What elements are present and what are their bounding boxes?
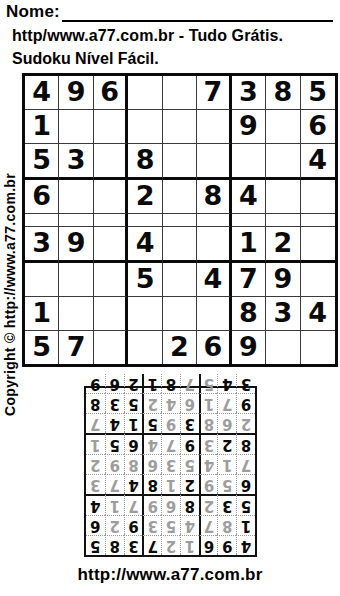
name-row: Nome: (6, 2, 336, 22)
puzzle-cell (301, 227, 335, 263)
solution-cell: 7 (124, 494, 143, 515)
solution-cell: 4 (161, 393, 180, 413)
solution-cell: 4 (217, 374, 236, 393)
puzzle-cell (301, 180, 335, 214)
worksheet-page: Nome: http/www.a77.com.br - Tudo Grátis.… (0, 0, 340, 596)
puzzle-cell: 5 (301, 76, 335, 110)
solution-cell: 9 (161, 413, 180, 433)
sudoku-solution-grid: 4961273851874539265328697146592184737145… (84, 386, 257, 557)
puzzle-cell: 8 (128, 144, 162, 180)
solution-cell: 7 (86, 413, 105, 433)
puzzle-cell (59, 214, 93, 227)
puzzle-cell: 9 (59, 227, 93, 263)
solution-cell: 6 (142, 454, 161, 474)
puzzle-cell (59, 297, 93, 331)
puzzle-cell (301, 331, 335, 364)
puzzle-cell (59, 263, 93, 297)
solution-cell: 1 (142, 374, 161, 393)
solution-cell: 1 (236, 515, 255, 535)
solution-cell: 5 (124, 393, 143, 413)
solution-cell: 6 (199, 535, 218, 555)
puzzle-cell (128, 110, 162, 144)
solution-cell: 1 (105, 494, 124, 515)
solution-cell: 6 (236, 474, 255, 494)
solution-cell: 5 (142, 413, 161, 433)
puzzle-cell: 8 (232, 297, 266, 331)
puzzle-cell (59, 180, 93, 214)
puzzle-cell (59, 110, 93, 144)
puzzle-cell (266, 331, 300, 364)
solution-cell: 6 (105, 374, 124, 393)
puzzle-cell: 7 (59, 331, 93, 364)
solution-cell: 4 (105, 413, 124, 433)
solution-cell: 5 (180, 454, 199, 474)
puzzle-cell (25, 263, 59, 297)
puzzle-cell: 1 (25, 297, 59, 331)
puzzle-cell (232, 214, 266, 227)
solution-cell: 5 (199, 374, 218, 393)
solution-cell: 5 (105, 433, 124, 454)
puzzle-cell: 1 (232, 227, 266, 263)
name-underline (62, 6, 333, 22)
puzzle-level-title: Sudoku Nível Fácil. (12, 50, 159, 68)
puzzle-cell: 3 (232, 76, 266, 110)
solution-cell: 9 (180, 433, 199, 454)
puzzle-cell (266, 110, 300, 144)
solution-cell: 7 (217, 393, 236, 413)
solution-cell: 8 (105, 535, 124, 555)
puzzle-cell: 3 (266, 297, 300, 331)
puzzle-cell: 5 (25, 331, 59, 364)
sudoku-puzzle-grid: 496738519653846284394125479183457269 (22, 73, 338, 367)
puzzle-cell: 4 (197, 263, 231, 297)
solution-cell: 9 (105, 454, 124, 474)
puzzle-cell: 9 (59, 76, 93, 110)
solution-cell: 7 (161, 433, 180, 454)
solution-cell: 3 (124, 535, 143, 555)
puzzle-cell (163, 297, 197, 331)
puzzle-cell: 5 (25, 144, 59, 180)
solution-cell: 1 (124, 413, 143, 433)
solution-cell: 9 (217, 535, 236, 555)
puzzle-cell (94, 297, 128, 331)
puzzle-cell: 2 (128, 180, 162, 214)
puzzle-cell: 7 (197, 76, 231, 110)
puzzle-cell (301, 214, 335, 227)
solution-cell: 4 (142, 433, 161, 454)
puzzle-cell: 9 (266, 263, 300, 297)
puzzle-cell (301, 263, 335, 297)
solution-cell: 3 (199, 433, 218, 454)
puzzle-cell: 4 (25, 76, 59, 110)
puzzle-cell (163, 214, 197, 227)
puzzle-cell: 6 (94, 76, 128, 110)
solution-cell: 4 (236, 535, 255, 555)
solution-cell: 8 (199, 413, 218, 433)
puzzle-cell (266, 180, 300, 214)
solution-cell: 3 (142, 515, 161, 535)
solution-cell: 9 (124, 515, 143, 535)
puzzle-cell (163, 76, 197, 110)
solution-cell: 5 (236, 494, 255, 515)
site-title: http/www.a77.com.br - Tudo Grátis. (12, 27, 283, 45)
puzzle-cell (128, 76, 162, 110)
solution-cell: 1 (86, 433, 105, 454)
puzzle-cell (128, 297, 162, 331)
solution-cell: 4 (199, 454, 218, 474)
solution-cell: 3 (236, 374, 255, 393)
puzzle-cell: 4 (232, 180, 266, 214)
puzzle-cell: 3 (59, 144, 93, 180)
puzzle-cell (232, 144, 266, 180)
solution-cell: 6 (124, 433, 143, 454)
solution-cell: 7 (105, 474, 124, 494)
solution-cell: 8 (86, 393, 105, 413)
puzzle-cell (128, 214, 162, 227)
puzzle-cell: 9 (232, 110, 266, 144)
solution-cell: 7 (180, 374, 199, 393)
solution-cell: 3 (105, 393, 124, 413)
solution-cell: 9 (199, 474, 218, 494)
solution-cell: 7 (236, 454, 255, 474)
solution-cell: 1 (180, 535, 199, 555)
solution-cell: 6 (217, 413, 236, 433)
solution-cell: 2 (217, 433, 236, 454)
solution-cell: 4 (180, 515, 199, 535)
puzzle-cell (94, 180, 128, 214)
name-label: Nome: (6, 2, 60, 22)
puzzle-cell (163, 227, 197, 263)
puzzle-cell: 4 (128, 227, 162, 263)
puzzle-cell: 6 (301, 110, 335, 144)
solution-cell: 8 (161, 374, 180, 393)
solution-cell: 4 (124, 474, 143, 494)
puzzle-cell (197, 110, 231, 144)
puzzle-cell (94, 263, 128, 297)
copyright-vertical-text: Copyright © http://www.a77.com.br (2, 139, 19, 451)
puzzle-cell (197, 214, 231, 227)
solution-cell: 2 (236, 413, 255, 433)
puzzle-cell (163, 144, 197, 180)
solution-cell: 5 (86, 535, 105, 555)
puzzle-cell: 3 (25, 227, 59, 263)
puzzle-cell (197, 297, 231, 331)
solution-cell: 9 (236, 393, 255, 413)
puzzle-cell: 6 (25, 180, 59, 214)
puzzle-cell (94, 331, 128, 364)
puzzle-cell (266, 144, 300, 180)
footer-url: http://www.a77.com.br (0, 565, 340, 585)
puzzle-cell: 8 (197, 180, 231, 214)
puzzle-cell: 5 (128, 263, 162, 297)
solution-cell: 3 (161, 454, 180, 474)
solution-cell: 3 (180, 413, 199, 433)
solution-cell: 7 (199, 515, 218, 535)
solution-cell: 1 (217, 454, 236, 474)
solution-cell: 9 (86, 374, 105, 393)
solution-cell: 3 (217, 494, 236, 515)
puzzle-cell (163, 180, 197, 214)
solution-cell: 2 (199, 494, 218, 515)
solution-cell: 8 (217, 515, 236, 535)
puzzle-cell (197, 144, 231, 180)
puzzle-cell: 2 (266, 227, 300, 263)
solution-cell: 2 (124, 374, 143, 393)
puzzle-cell: 4 (301, 297, 335, 331)
solution-cell: 6 (180, 393, 199, 413)
puzzle-cell: 8 (266, 76, 300, 110)
puzzle-cell (128, 331, 162, 364)
solution-cell: 5 (217, 474, 236, 494)
puzzle-cell (197, 227, 231, 263)
solution-cell: 2 (142, 393, 161, 413)
puzzle-cell: 1 (25, 110, 59, 144)
puzzle-cell (25, 214, 59, 227)
puzzle-cell: 2 (163, 331, 197, 364)
puzzle-cell (163, 110, 197, 144)
solution-cell: 6 (161, 494, 180, 515)
puzzle-cell: 4 (301, 144, 335, 180)
solution-cell: 4 (86, 494, 105, 515)
solution-cell: 5 (161, 515, 180, 535)
puzzle-cell (94, 214, 128, 227)
solution-cell: 9 (142, 494, 161, 515)
solution-cell: 8 (180, 494, 199, 515)
solution-cell: 2 (86, 454, 105, 474)
solution-cell: 7 (142, 535, 161, 555)
solution-cell: 2 (161, 535, 180, 555)
puzzle-cell (163, 263, 197, 297)
solution-cell: 3 (86, 474, 105, 494)
puzzle-cell: 9 (232, 331, 266, 364)
puzzle-cell: 7 (232, 263, 266, 297)
solution-cell: 8 (236, 433, 255, 454)
solution-cell: 1 (199, 393, 218, 413)
puzzle-cell (94, 227, 128, 263)
solution-cell: 6 (86, 515, 105, 535)
solution-cell: 1 (161, 474, 180, 494)
solution-cell: 8 (124, 454, 143, 474)
puzzle-cell (94, 144, 128, 180)
solution-cell: 2 (105, 515, 124, 535)
puzzle-cell (266, 214, 300, 227)
puzzle-cell: 6 (197, 331, 231, 364)
solution-cell: 8 (142, 474, 161, 494)
solution-cell: 2 (180, 474, 199, 494)
puzzle-cell (94, 110, 128, 144)
